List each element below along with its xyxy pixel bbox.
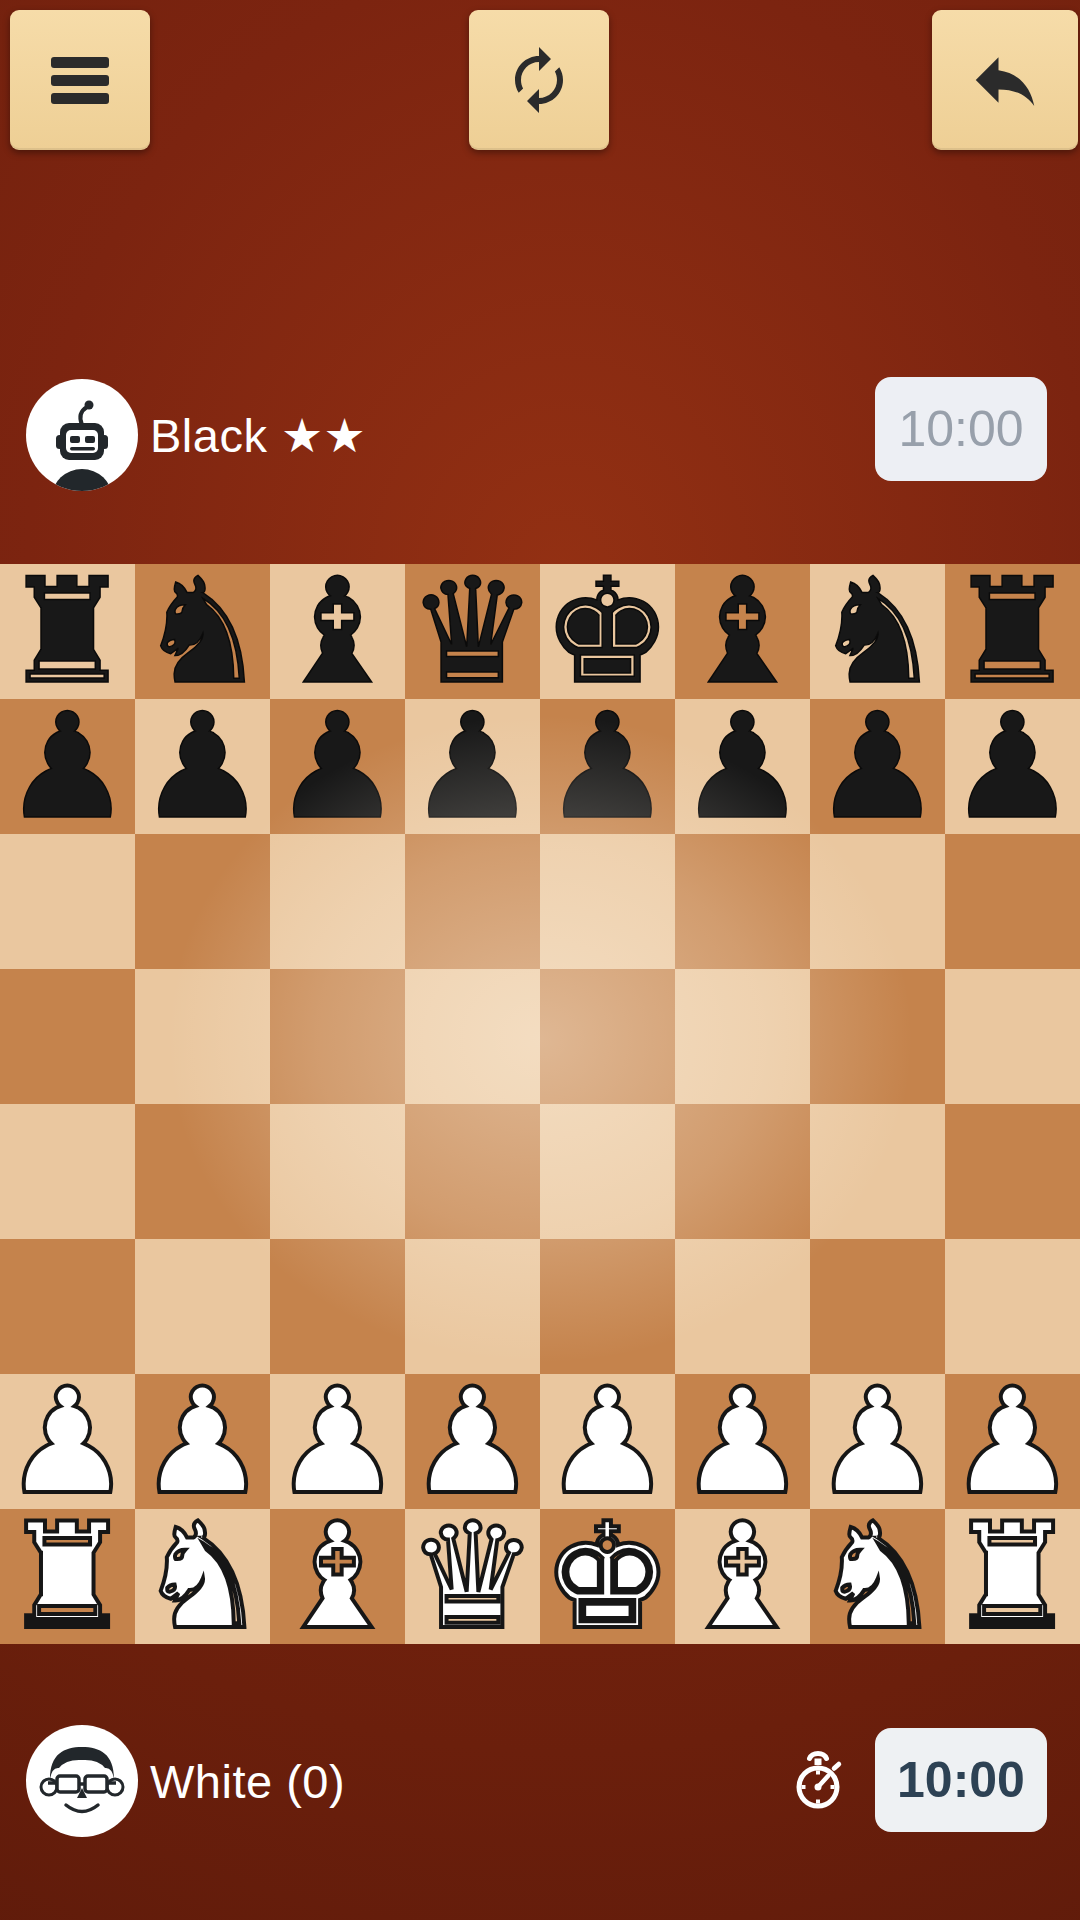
- square-d7[interactable]: ♟: [405, 699, 540, 834]
- square-g4[interactable]: [810, 1104, 945, 1239]
- white-king: ♚: [542, 1509, 673, 1644]
- white-pawn: ♟: [542, 1374, 673, 1509]
- square-b4[interactable]: [135, 1104, 270, 1239]
- black-pawn: ♟: [2, 699, 133, 834]
- square-h3[interactable]: [945, 1239, 1080, 1374]
- square-h8[interactable]: ♜: [945, 564, 1080, 699]
- black-rook: ♜: [947, 564, 1078, 699]
- square-d5[interactable]: [405, 969, 540, 1104]
- white-player-name: White (0): [150, 1725, 345, 1837]
- white-knight: ♞: [137, 1509, 268, 1644]
- square-d8[interactable]: ♛: [405, 564, 540, 699]
- square-c8[interactable]: ♝: [270, 564, 405, 699]
- menu-button[interactable]: [10, 10, 150, 150]
- white-pawn: ♟: [812, 1374, 943, 1509]
- square-b1[interactable]: ♞: [135, 1509, 270, 1644]
- square-a6[interactable]: [0, 834, 135, 969]
- black-pawn: ♟: [812, 699, 943, 834]
- square-a7[interactable]: ♟: [0, 699, 135, 834]
- square-a3[interactable]: [0, 1239, 135, 1374]
- square-b2[interactable]: ♟: [135, 1374, 270, 1509]
- square-e8[interactable]: ♚: [540, 564, 675, 699]
- white-pawn: ♟: [947, 1374, 1078, 1509]
- square-c6[interactable]: [270, 834, 405, 969]
- black-player-clock: 10:00: [875, 377, 1047, 481]
- undo-arrow-icon: [966, 41, 1044, 119]
- square-b3[interactable]: [135, 1239, 270, 1374]
- square-f4[interactable]: [675, 1104, 810, 1239]
- white-rook: ♜: [2, 1509, 133, 1644]
- black-knight: ♞: [812, 564, 943, 699]
- black-knight: ♞: [137, 564, 268, 699]
- white-pawn: ♟: [677, 1374, 808, 1509]
- square-h2[interactable]: ♟: [945, 1374, 1080, 1509]
- white-pawn: ♟: [2, 1374, 133, 1509]
- square-d2[interactable]: ♟: [405, 1374, 540, 1509]
- flip-board-button[interactable]: [469, 10, 609, 150]
- white-queen: ♛: [407, 1509, 538, 1644]
- square-g2[interactable]: ♟: [810, 1374, 945, 1509]
- square-g3[interactable]: [810, 1239, 945, 1374]
- square-c4[interactable]: [270, 1104, 405, 1239]
- square-h6[interactable]: [945, 834, 1080, 969]
- square-g5[interactable]: [810, 969, 945, 1104]
- square-g1[interactable]: ♞: [810, 1509, 945, 1644]
- square-c3[interactable]: [270, 1239, 405, 1374]
- white-bishop: ♝: [677, 1509, 808, 1644]
- square-f2[interactable]: ♟: [675, 1374, 810, 1509]
- square-c7[interactable]: ♟: [270, 699, 405, 834]
- square-f1[interactable]: ♝: [675, 1509, 810, 1644]
- square-e1[interactable]: ♚: [540, 1509, 675, 1644]
- black-pawn: ♟: [677, 699, 808, 834]
- square-f6[interactable]: [675, 834, 810, 969]
- flip-refresh-icon: [503, 44, 575, 116]
- square-e4[interactable]: [540, 1104, 675, 1239]
- black-king: ♚: [542, 564, 673, 699]
- square-h4[interactable]: [945, 1104, 1080, 1239]
- square-e7[interactable]: ♟: [540, 699, 675, 834]
- square-g6[interactable]: [810, 834, 945, 969]
- black-pawn: ♟: [407, 699, 538, 834]
- white-pawn: ♟: [407, 1374, 538, 1509]
- stopwatch-icon: [788, 1747, 848, 1821]
- black-pawn: ♟: [272, 699, 403, 834]
- square-a1[interactable]: ♜: [0, 1509, 135, 1644]
- square-d3[interactable]: [405, 1239, 540, 1374]
- white-player-clock: 10:00: [875, 1728, 1047, 1832]
- black-player-name: Black ★★: [150, 379, 366, 491]
- square-b7[interactable]: ♟: [135, 699, 270, 834]
- undo-button[interactable]: [932, 10, 1078, 150]
- white-knight: ♞: [812, 1509, 943, 1644]
- black-bishop: ♝: [677, 564, 808, 699]
- white-pawn: ♟: [137, 1374, 268, 1509]
- square-d1[interactable]: ♛: [405, 1509, 540, 1644]
- square-g8[interactable]: ♞: [810, 564, 945, 699]
- square-d4[interactable]: [405, 1104, 540, 1239]
- square-b5[interactable]: [135, 969, 270, 1104]
- square-b6[interactable]: [135, 834, 270, 969]
- square-f3[interactable]: [675, 1239, 810, 1374]
- square-h1[interactable]: ♜: [945, 1509, 1080, 1644]
- black-rook: ♜: [2, 564, 133, 699]
- white-player-person-avatar: [26, 1725, 138, 1837]
- square-b8[interactable]: ♞: [135, 564, 270, 699]
- square-e3[interactable]: [540, 1239, 675, 1374]
- square-f8[interactable]: ♝: [675, 564, 810, 699]
- square-a4[interactable]: [0, 1104, 135, 1239]
- black-bishop: ♝: [272, 564, 403, 699]
- square-e5[interactable]: [540, 969, 675, 1104]
- white-bishop: ♝: [272, 1509, 403, 1644]
- hamburger-menu-icon: [47, 47, 113, 113]
- white-rook: ♜: [947, 1509, 1078, 1644]
- square-f5[interactable]: [675, 969, 810, 1104]
- black-pawn: ♟: [542, 699, 673, 834]
- square-a5[interactable]: [0, 969, 135, 1104]
- black-pawn: ♟: [947, 699, 1078, 834]
- square-h5[interactable]: [945, 969, 1080, 1104]
- square-e2[interactable]: ♟: [540, 1374, 675, 1509]
- square-c5[interactable]: [270, 969, 405, 1104]
- square-a8[interactable]: ♜: [0, 564, 135, 699]
- square-h7[interactable]: ♟: [945, 699, 1080, 834]
- square-c2[interactable]: ♟: [270, 1374, 405, 1509]
- square-d6[interactable]: [405, 834, 540, 969]
- black-queen: ♛: [407, 564, 538, 699]
- black-player-robot-avatar: [26, 379, 138, 491]
- square-e6[interactable]: [540, 834, 675, 969]
- square-f7[interactable]: ♟: [675, 699, 810, 834]
- chess-app-screen: Black ★★ 10:00 ♜♞♝♛♚♝♞♜♟♟♟♟♟♟♟♟♟♟♟♟♟♟♟♟♜…: [0, 0, 1080, 1920]
- square-a2[interactable]: ♟: [0, 1374, 135, 1509]
- white-pawn: ♟: [272, 1374, 403, 1509]
- chess-board[interactable]: ♜♞♝♛♚♝♞♜♟♟♟♟♟♟♟♟♟♟♟♟♟♟♟♟♜♞♝♛♚♝♞♜: [0, 564, 1080, 1644]
- black-pawn: ♟: [137, 699, 268, 834]
- square-g7[interactable]: ♟: [810, 699, 945, 834]
- square-c1[interactable]: ♝: [270, 1509, 405, 1644]
